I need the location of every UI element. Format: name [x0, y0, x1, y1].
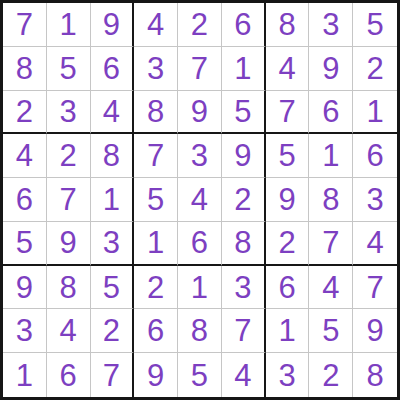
cell-r3c4[interactable]: 8 — [134, 91, 178, 135]
cell-r6c8[interactable]: 7 — [309, 222, 353, 266]
cell-r9c5[interactable]: 5 — [178, 353, 222, 397]
cell-r4c2[interactable]: 2 — [47, 134, 91, 178]
cell-r3c8[interactable]: 6 — [309, 91, 353, 135]
cell-r1c9[interactable]: 5 — [353, 3, 397, 47]
cell-r3c1[interactable]: 2 — [3, 91, 47, 135]
cell-r7c2[interactable]: 8 — [47, 266, 91, 310]
cell-r9c7[interactable]: 3 — [266, 353, 310, 397]
cell-r7c1[interactable]: 9 — [3, 266, 47, 310]
cell-r1c1[interactable]: 7 — [3, 3, 47, 47]
cell-r9c3[interactable]: 7 — [91, 353, 135, 397]
cell-r8c9[interactable]: 9 — [353, 309, 397, 353]
cell-r9c9[interactable]: 8 — [353, 353, 397, 397]
cell-r2c8[interactable]: 9 — [309, 47, 353, 91]
cell-r1c2[interactable]: 1 — [47, 3, 91, 47]
cell-r5c7[interactable]: 9 — [266, 178, 310, 222]
cell-r3c5[interactable]: 9 — [178, 91, 222, 135]
cell-r1c8[interactable]: 3 — [309, 3, 353, 47]
cell-r9c6[interactable]: 4 — [222, 353, 266, 397]
cell-r5c3[interactable]: 1 — [91, 178, 135, 222]
cell-r5c9[interactable]: 3 — [353, 178, 397, 222]
cell-r1c5[interactable]: 2 — [178, 3, 222, 47]
cell-r3c2[interactable]: 3 — [47, 91, 91, 135]
cell-r5c8[interactable]: 8 — [309, 178, 353, 222]
cell-r9c1[interactable]: 1 — [3, 353, 47, 397]
cell-r1c4[interactable]: 4 — [134, 3, 178, 47]
cell-r6c4[interactable]: 1 — [134, 222, 178, 266]
cell-r6c7[interactable]: 2 — [266, 222, 310, 266]
cell-r9c2[interactable]: 6 — [47, 353, 91, 397]
cell-r8c7[interactable]: 1 — [266, 309, 310, 353]
cell-r7c3[interactable]: 5 — [91, 266, 135, 310]
cell-r1c6[interactable]: 6 — [222, 3, 266, 47]
cell-r2c4[interactable]: 3 — [134, 47, 178, 91]
cell-r8c6[interactable]: 7 — [222, 309, 266, 353]
cell-r5c2[interactable]: 7 — [47, 178, 91, 222]
cell-r7c8[interactable]: 4 — [309, 266, 353, 310]
cell-r3c6[interactable]: 5 — [222, 91, 266, 135]
cell-r4c1[interactable]: 4 — [3, 134, 47, 178]
cell-r2c3[interactable]: 6 — [91, 47, 135, 91]
cell-r3c7[interactable]: 7 — [266, 91, 310, 135]
cell-r4c5[interactable]: 3 — [178, 134, 222, 178]
cell-r6c1[interactable]: 5 — [3, 222, 47, 266]
cell-r9c4[interactable]: 9 — [134, 353, 178, 397]
cell-r1c3[interactable]: 9 — [91, 3, 135, 47]
cell-r2c5[interactable]: 7 — [178, 47, 222, 91]
cell-r2c7[interactable]: 4 — [266, 47, 310, 91]
cell-r5c6[interactable]: 2 — [222, 178, 266, 222]
cell-r4c7[interactable]: 5 — [266, 134, 310, 178]
cell-r8c8[interactable]: 5 — [309, 309, 353, 353]
cell-r4c6[interactable]: 9 — [222, 134, 266, 178]
cell-r6c3[interactable]: 3 — [91, 222, 135, 266]
cell-r5c4[interactable]: 5 — [134, 178, 178, 222]
cell-r2c6[interactable]: 1 — [222, 47, 266, 91]
cell-r9c8[interactable]: 2 — [309, 353, 353, 397]
cell-r6c9[interactable]: 4 — [353, 222, 397, 266]
sudoku-board: 7194268358563714922348957614287395166715… — [0, 0, 400, 400]
cell-r8c1[interactable]: 3 — [3, 309, 47, 353]
cell-r8c4[interactable]: 6 — [134, 309, 178, 353]
cell-r8c2[interactable]: 4 — [47, 309, 91, 353]
cell-r6c2[interactable]: 9 — [47, 222, 91, 266]
cell-r3c3[interactable]: 4 — [91, 91, 135, 135]
cell-r4c9[interactable]: 6 — [353, 134, 397, 178]
cell-r1c7[interactable]: 8 — [266, 3, 310, 47]
cell-r2c1[interactable]: 8 — [3, 47, 47, 91]
cell-r4c3[interactable]: 8 — [91, 134, 135, 178]
cell-r5c5[interactable]: 4 — [178, 178, 222, 222]
cell-r7c9[interactable]: 7 — [353, 266, 397, 310]
cell-r2c2[interactable]: 5 — [47, 47, 91, 91]
cell-r4c8[interactable]: 1 — [309, 134, 353, 178]
cell-r2c9[interactable]: 2 — [353, 47, 397, 91]
cell-r5c1[interactable]: 6 — [3, 178, 47, 222]
cell-r4c4[interactable]: 7 — [134, 134, 178, 178]
cell-r7c7[interactable]: 6 — [266, 266, 310, 310]
cell-r6c6[interactable]: 8 — [222, 222, 266, 266]
cell-r7c6[interactable]: 3 — [222, 266, 266, 310]
cell-r8c5[interactable]: 8 — [178, 309, 222, 353]
cell-r7c5[interactable]: 1 — [178, 266, 222, 310]
cell-r8c3[interactable]: 2 — [91, 309, 135, 353]
cell-r7c4[interactable]: 2 — [134, 266, 178, 310]
cell-r6c5[interactable]: 6 — [178, 222, 222, 266]
cell-r3c9[interactable]: 1 — [353, 91, 397, 135]
